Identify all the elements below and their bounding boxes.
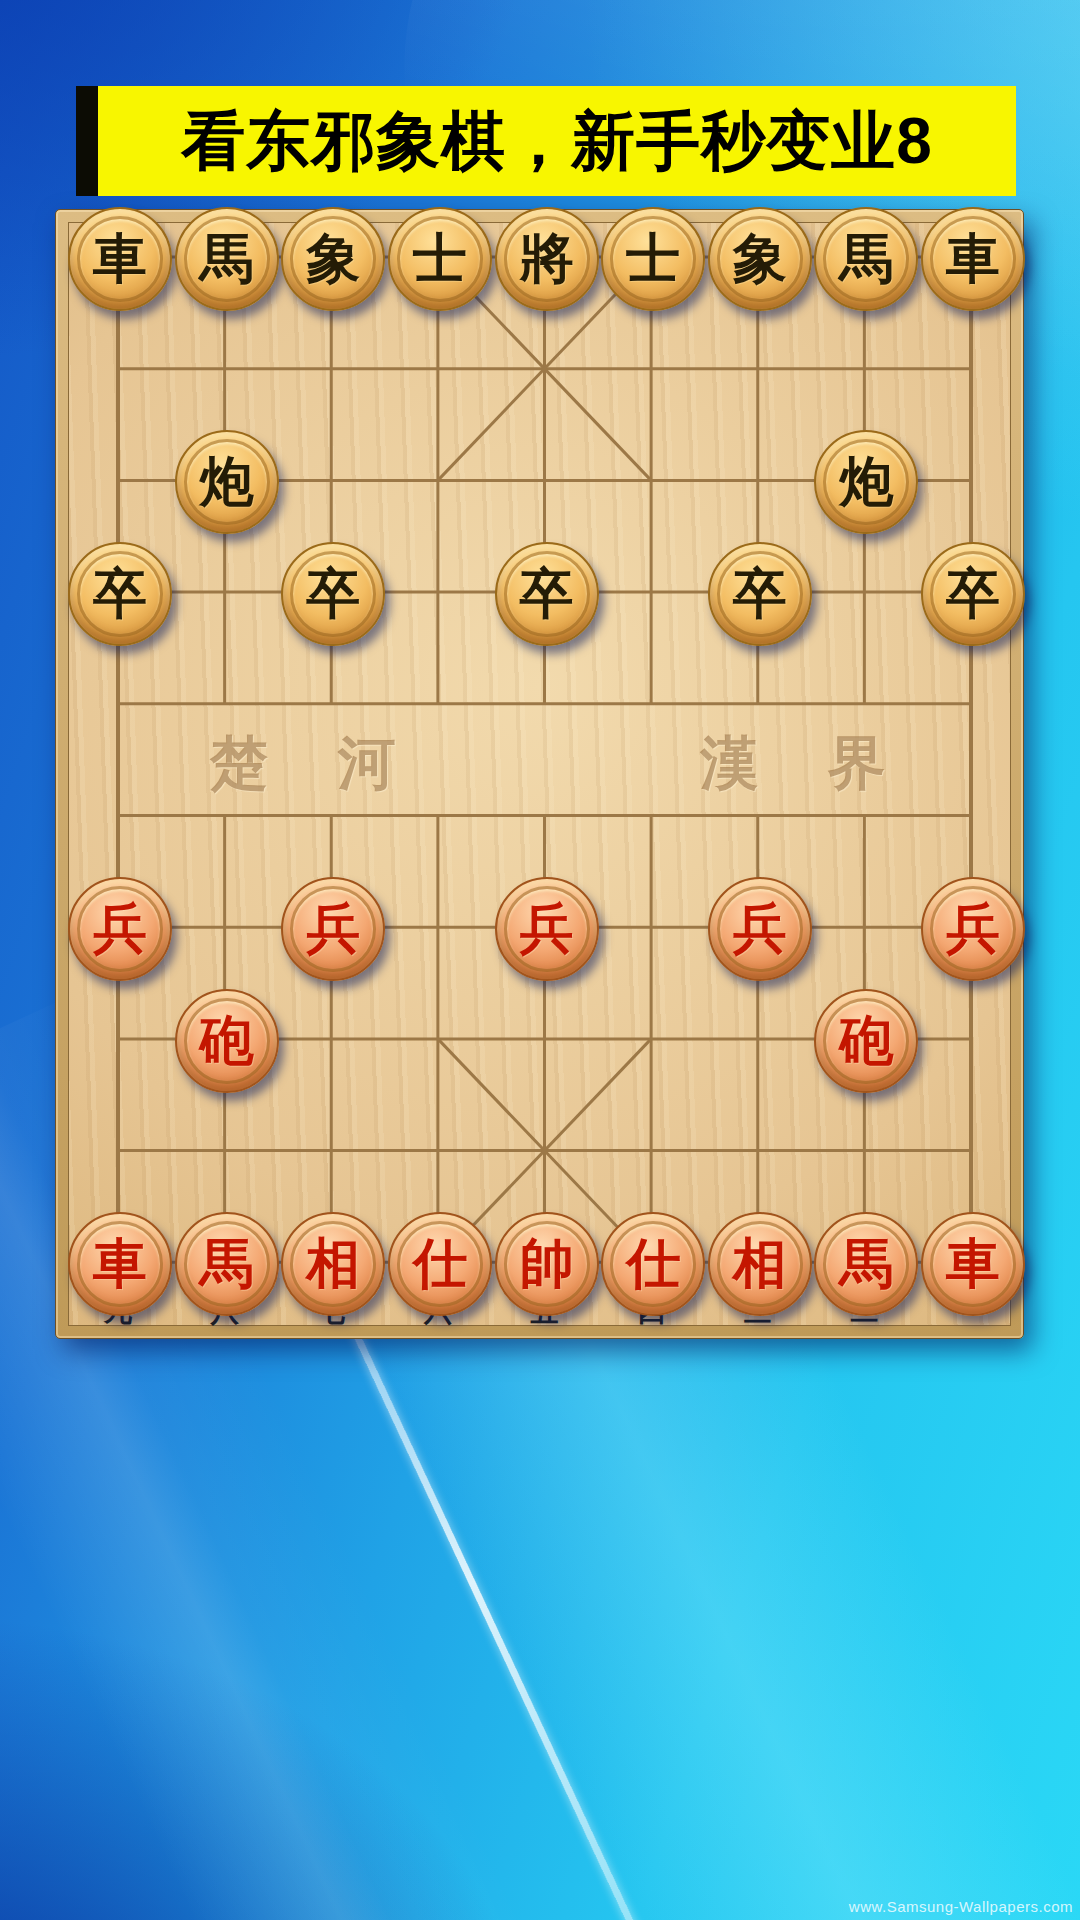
- piece-black-馬[interactable]: 馬: [814, 207, 918, 311]
- piece-black-象[interactable]: 象: [281, 207, 385, 311]
- piece-red-車[interactable]: 車: [68, 1212, 172, 1316]
- piece-black-馬[interactable]: 馬: [175, 207, 279, 311]
- piece-black-車[interactable]: 車: [921, 207, 1025, 311]
- piece-red-帥[interactable]: 帥: [495, 1212, 599, 1316]
- watermark: www.Samsung-Wallpapers.com: [849, 1898, 1073, 1915]
- piece-black-卒[interactable]: 卒: [921, 542, 1025, 646]
- piece-red-砲[interactable]: 砲: [814, 989, 918, 1093]
- piece-black-卒[interactable]: 卒: [708, 542, 812, 646]
- piece-black-卒[interactable]: 卒: [495, 542, 599, 646]
- piece-red-仕[interactable]: 仕: [388, 1212, 492, 1316]
- piece-red-相[interactable]: 相: [708, 1212, 812, 1316]
- piece-black-車[interactable]: 車: [68, 207, 172, 311]
- xiangqi-board[interactable]: 123456789 九八七六五四三二一 楚河 漢界 車馬象士將士象馬車炮炮卒卒卒…: [55, 209, 1024, 1339]
- piece-red-兵[interactable]: 兵: [281, 877, 385, 981]
- piece-black-象[interactable]: 象: [708, 207, 812, 311]
- piece-red-相[interactable]: 相: [281, 1212, 385, 1316]
- pieces-layer: 車馬象士將士象馬車炮炮卒卒卒卒卒兵兵兵兵兵砲砲車馬相仕帥仕相馬車: [56, 210, 1023, 1338]
- piece-black-士[interactable]: 士: [388, 207, 492, 311]
- piece-black-炮[interactable]: 炮: [814, 430, 918, 534]
- phone-screen: 看东邪象棋，新手秒变业8 123456789 九八七六五四三二一 楚河 漢界 車…: [0, 0, 1080, 1920]
- piece-black-卒[interactable]: 卒: [281, 542, 385, 646]
- piece-red-車[interactable]: 車: [921, 1212, 1025, 1316]
- piece-black-士[interactable]: 士: [601, 207, 705, 311]
- piece-black-將[interactable]: 將: [495, 207, 599, 311]
- piece-red-兵[interactable]: 兵: [68, 877, 172, 981]
- title-banner: 看东邪象棋，新手秒变业8: [76, 86, 1016, 196]
- piece-red-砲[interactable]: 砲: [175, 989, 279, 1093]
- piece-red-馬[interactable]: 馬: [814, 1212, 918, 1316]
- piece-black-卒[interactable]: 卒: [68, 542, 172, 646]
- piece-red-兵[interactable]: 兵: [708, 877, 812, 981]
- piece-red-馬[interactable]: 馬: [175, 1212, 279, 1316]
- piece-black-炮[interactable]: 炮: [175, 430, 279, 534]
- piece-red-兵[interactable]: 兵: [495, 877, 599, 981]
- banner-text: 看东邪象棋，新手秒变业8: [181, 98, 933, 185]
- piece-red-仕[interactable]: 仕: [601, 1212, 705, 1316]
- piece-red-兵[interactable]: 兵: [921, 877, 1025, 981]
